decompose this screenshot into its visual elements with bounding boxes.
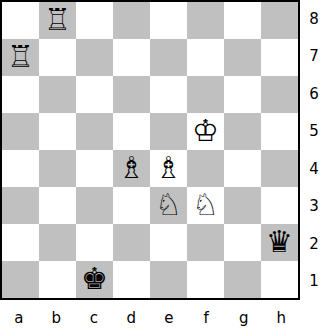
square-g2[interactable] xyxy=(224,224,261,261)
square-e1[interactable] xyxy=(150,261,187,298)
square-a3[interactable] xyxy=(2,187,39,224)
square-g4[interactable] xyxy=(224,150,261,187)
square-b3[interactable] xyxy=(39,187,76,224)
square-g3[interactable] xyxy=(224,187,261,224)
file-label-b: b xyxy=(38,300,76,336)
square-g8[interactable] xyxy=(224,2,261,39)
square-b2[interactable] xyxy=(39,224,76,261)
rank-label-6: 6 xyxy=(300,75,328,113)
square-b4[interactable] xyxy=(39,150,76,187)
square-d2[interactable] xyxy=(113,224,150,261)
rank-label-1: 1 xyxy=(300,263,328,301)
file-label-g: g xyxy=(225,300,263,336)
square-d3[interactable] xyxy=(113,187,150,224)
square-f2[interactable] xyxy=(187,224,224,261)
chess-board: ♖♖♔♗♗♘♘♛♚ xyxy=(0,0,300,300)
rank-label-8: 8 xyxy=(300,0,328,38)
white-knight: ♘ xyxy=(192,190,219,220)
square-a1[interactable] xyxy=(2,261,39,298)
square-h5[interactable] xyxy=(261,113,298,150)
black-queen: ♛ xyxy=(266,227,293,257)
square-a6[interactable] xyxy=(2,76,39,113)
rank-labels: 87654321 xyxy=(300,0,328,300)
square-h4[interactable] xyxy=(261,150,298,187)
square-f4[interactable] xyxy=(187,150,224,187)
square-d7[interactable] xyxy=(113,39,150,76)
rank-label-5: 5 xyxy=(300,113,328,151)
square-d1[interactable] xyxy=(113,261,150,298)
square-c1[interactable]: ♚ xyxy=(76,261,113,298)
white-rook: ♖ xyxy=(44,5,71,35)
square-g1[interactable] xyxy=(224,261,261,298)
square-h8[interactable] xyxy=(261,2,298,39)
square-a4[interactable] xyxy=(2,150,39,187)
file-label-d: d xyxy=(113,300,151,336)
square-d4[interactable]: ♗ xyxy=(113,150,150,187)
square-e7[interactable] xyxy=(150,39,187,76)
square-f5[interactable]: ♔ xyxy=(187,113,224,150)
square-a7[interactable]: ♖ xyxy=(2,39,39,76)
rank-label-4: 4 xyxy=(300,150,328,188)
square-c8[interactable] xyxy=(76,2,113,39)
square-f8[interactable] xyxy=(187,2,224,39)
file-label-e: e xyxy=(150,300,188,336)
square-g5[interactable] xyxy=(224,113,261,150)
square-e8[interactable] xyxy=(150,2,187,39)
square-e5[interactable] xyxy=(150,113,187,150)
white-rook: ♖ xyxy=(7,42,34,72)
white-bishop: ♗ xyxy=(118,153,145,183)
square-h2[interactable]: ♛ xyxy=(261,224,298,261)
square-h3[interactable] xyxy=(261,187,298,224)
square-h1[interactable] xyxy=(261,261,298,298)
square-e3[interactable]: ♘ xyxy=(150,187,187,224)
square-b7[interactable] xyxy=(39,39,76,76)
square-a5[interactable] xyxy=(2,113,39,150)
square-b1[interactable] xyxy=(39,261,76,298)
rank-label-3: 3 xyxy=(300,188,328,226)
square-d8[interactable] xyxy=(113,2,150,39)
square-e2[interactable] xyxy=(150,224,187,261)
file-label-f: f xyxy=(188,300,226,336)
white-knight: ♘ xyxy=(155,190,182,220)
square-e4[interactable]: ♗ xyxy=(150,150,187,187)
square-f6[interactable] xyxy=(187,76,224,113)
square-c6[interactable] xyxy=(76,76,113,113)
square-g7[interactable] xyxy=(224,39,261,76)
square-e6[interactable] xyxy=(150,76,187,113)
rank-label-7: 7 xyxy=(300,38,328,76)
square-g6[interactable] xyxy=(224,76,261,113)
square-b8[interactable]: ♖ xyxy=(39,2,76,39)
square-a2[interactable] xyxy=(2,224,39,261)
black-king: ♚ xyxy=(81,264,108,294)
square-c3[interactable] xyxy=(76,187,113,224)
square-f3[interactable]: ♘ xyxy=(187,187,224,224)
file-label-h: h xyxy=(263,300,301,336)
square-h7[interactable] xyxy=(261,39,298,76)
file-labels: abcdefgh xyxy=(0,300,300,336)
chess-diagram: ♖♖♔♗♗♘♘♛♚ 87654321 abcdefgh xyxy=(0,0,328,336)
square-b6[interactable] xyxy=(39,76,76,113)
square-f1[interactable] xyxy=(187,261,224,298)
square-c2[interactable] xyxy=(76,224,113,261)
file-label-c: c xyxy=(75,300,113,336)
square-f7[interactable] xyxy=(187,39,224,76)
white-bishop: ♗ xyxy=(155,153,182,183)
white-king: ♔ xyxy=(192,116,219,146)
square-d6[interactable] xyxy=(113,76,150,113)
square-h6[interactable] xyxy=(261,76,298,113)
square-c7[interactable] xyxy=(76,39,113,76)
square-c5[interactable] xyxy=(76,113,113,150)
file-label-a: a xyxy=(0,300,38,336)
square-d5[interactable] xyxy=(113,113,150,150)
square-a8[interactable] xyxy=(2,2,39,39)
rank-label-2: 2 xyxy=(300,225,328,263)
square-b5[interactable] xyxy=(39,113,76,150)
square-c4[interactable] xyxy=(76,150,113,187)
